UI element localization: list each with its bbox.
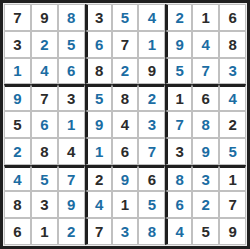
- cell-r4c7[interactable]: 1: [165, 84, 192, 111]
- cell-r4c2[interactable]: 7: [31, 84, 58, 111]
- solved-digit: 8: [201, 117, 209, 132]
- cell-r4c5[interactable]: 8: [112, 84, 139, 111]
- solved-digit: 7: [67, 172, 75, 187]
- solved-digit: 4: [228, 91, 236, 106]
- solved-digit: 5: [228, 144, 236, 159]
- cell-r5c8[interactable]: 8: [192, 111, 219, 138]
- cell-r7c8[interactable]: 3: [192, 165, 219, 192]
- given-digit: 6: [13, 224, 21, 239]
- given-digit: 8: [40, 144, 48, 159]
- solved-digit: 5: [67, 37, 75, 52]
- solved-digit: 8: [176, 172, 184, 187]
- solved-digit: 6: [95, 37, 103, 52]
- given-digit: 6: [228, 10, 236, 25]
- cell-r3c4[interactable]: 8: [85, 58, 112, 85]
- cell-r4c8[interactable]: 6: [192, 84, 219, 111]
- solved-digit: 7: [176, 117, 184, 132]
- given-digit: 5: [201, 224, 209, 239]
- cell-r1c1[interactable]: 7: [4, 4, 31, 31]
- cell-r4c4[interactable]: 5: [85, 84, 112, 111]
- cell-r5c1[interactable]: 5: [4, 111, 31, 138]
- cell-r6c9[interactable]: 5: [219, 138, 246, 165]
- given-digit: 9: [40, 10, 48, 25]
- solved-digit: 9: [67, 197, 75, 212]
- cell-r1c7[interactable]: 2: [165, 4, 192, 31]
- given-digit: 7: [13, 10, 21, 25]
- cell-r6c8[interactable]: 9: [192, 138, 219, 165]
- cell-r7c2[interactable]: 5: [31, 165, 58, 192]
- cell-r2c1[interactable]: 3: [4, 31, 31, 58]
- cell-r8c9[interactable]: 7: [219, 191, 246, 218]
- given-digit: 7: [95, 224, 103, 239]
- given-digit: 3: [176, 144, 184, 159]
- solved-digit: 9: [176, 37, 184, 52]
- solved-digit: 2: [40, 37, 48, 52]
- solved-digit: 9: [121, 172, 129, 187]
- solved-digit: 9: [95, 117, 103, 132]
- solved-digit: 5: [148, 197, 156, 212]
- cell-r4c6[interactable]: 2: [138, 84, 165, 111]
- solved-digit: 2: [67, 224, 75, 239]
- cell-r2c3[interactable]: 5: [58, 31, 85, 58]
- given-digit: 4: [121, 117, 129, 132]
- solved-digit: 6: [176, 197, 184, 212]
- cell-r3c5[interactable]: 2: [112, 58, 139, 85]
- given-digit: 9: [148, 63, 156, 78]
- given-digit: 6: [121, 144, 129, 159]
- cell-r2c4[interactable]: 6: [85, 31, 112, 58]
- given-digit: 8: [228, 37, 236, 52]
- solved-digit: 8: [67, 10, 75, 25]
- given-digit: 8: [95, 63, 103, 78]
- cell-r3c8[interactable]: 7: [192, 58, 219, 85]
- solved-digit: 4: [148, 10, 156, 25]
- given-digit: 2: [95, 172, 103, 187]
- cell-r5c6[interactable]: 3: [138, 111, 165, 138]
- cell-r6c2[interactable]: 8: [31, 138, 58, 165]
- cell-r8c5[interactable]: 1: [112, 191, 139, 218]
- solved-digit: 4: [40, 63, 48, 78]
- cell-r5c4[interactable]: 9: [85, 111, 112, 138]
- solved-digit: 4: [95, 197, 103, 212]
- cell-r3c3[interactable]: 6: [58, 58, 85, 85]
- cell-r5c7[interactable]: 7: [165, 111, 192, 138]
- solved-digit: 3: [148, 117, 156, 132]
- given-digit: 7: [40, 91, 48, 106]
- cell-r2c2[interactable]: 2: [31, 31, 58, 58]
- solved-digit: 7: [201, 63, 209, 78]
- given-digit: 1: [228, 172, 236, 187]
- cell-r8c1[interactable]: 8: [4, 191, 31, 218]
- solved-digit: 5: [40, 172, 48, 187]
- given-digit: 8: [121, 91, 129, 106]
- cell-r8c7[interactable]: 6: [165, 191, 192, 218]
- solved-digit: 1: [148, 37, 156, 52]
- solved-digit: 3: [228, 63, 236, 78]
- cell-r4c3[interactable]: 3: [58, 84, 85, 111]
- cell-r9c1[interactable]: 6: [4, 218, 31, 245]
- given-digit: 8: [13, 197, 21, 212]
- solved-digit: 5: [176, 63, 184, 78]
- cell-r5c3[interactable]: 1: [58, 111, 85, 138]
- cell-r2c5[interactable]: 7: [112, 31, 139, 58]
- given-digit: 4: [67, 144, 75, 159]
- cell-r1c4[interactable]: 3: [85, 4, 112, 31]
- given-digit: 2: [228, 117, 236, 132]
- cell-r7c9[interactable]: 1: [219, 165, 246, 192]
- solved-digit: 3: [201, 172, 209, 187]
- solved-digit: 1: [67, 117, 75, 132]
- cell-r3c2[interactable]: 4: [31, 58, 58, 85]
- cell-r9c5[interactable]: 3: [112, 218, 139, 245]
- solved-digit: 5: [95, 91, 103, 106]
- cell-r6c4[interactable]: 1: [85, 138, 112, 165]
- cell-r2c6[interactable]: 1: [138, 31, 165, 58]
- cell-r3c7[interactable]: 5: [165, 58, 192, 85]
- solved-digit: 1: [95, 144, 103, 159]
- cell-r3c6[interactable]: 9: [138, 58, 165, 85]
- cell-r4c1[interactable]: 9: [4, 84, 31, 111]
- cell-r4c9[interactable]: 4: [219, 84, 246, 111]
- cell-r3c9[interactable]: 3: [219, 58, 246, 85]
- cell-r1c3[interactable]: 8: [58, 4, 85, 31]
- cell-r9c3[interactable]: 2: [58, 218, 85, 245]
- cell-r6c1[interactable]: 2: [4, 138, 31, 165]
- cell-r3c1[interactable]: 1: [4, 58, 31, 85]
- solved-digit: 2: [121, 63, 129, 78]
- solved-digit: 9: [201, 144, 209, 159]
- cell-r7c7[interactable]: 8: [165, 165, 192, 192]
- cell-r1c6[interactable]: 4: [138, 4, 165, 31]
- cell-r9c4[interactable]: 7: [85, 218, 112, 245]
- cell-r1c9[interactable]: 6: [219, 4, 246, 31]
- cell-r9c6[interactable]: 8: [138, 218, 165, 245]
- cell-r6c5[interactable]: 6: [112, 138, 139, 165]
- cell-r8c6[interactable]: 5: [138, 191, 165, 218]
- sudoku-board: 7983542163256719481468295739735821645619…: [0, 0, 250, 249]
- cell-r7c6[interactable]: 6: [138, 165, 165, 192]
- solved-digit: 2: [201, 197, 209, 212]
- given-digit: 1: [40, 224, 48, 239]
- cell-r9c8[interactable]: 5: [192, 218, 219, 245]
- given-digit: 7: [121, 37, 129, 52]
- given-digit: 3: [40, 197, 48, 212]
- given-digit: 1: [201, 10, 209, 25]
- cell-r7c1[interactable]: 4: [4, 165, 31, 192]
- given-digit: 7: [228, 197, 236, 212]
- cell-r1c2[interactable]: 9: [31, 4, 58, 31]
- solved-digit: 6: [67, 63, 75, 78]
- cell-r8c8[interactable]: 2: [192, 191, 219, 218]
- solved-digit: 2: [176, 10, 184, 25]
- solved-digit: 4: [13, 172, 21, 187]
- solved-digit: 2: [148, 91, 156, 106]
- solved-digit: 6: [40, 117, 48, 132]
- solved-digit: 2: [13, 144, 21, 159]
- cell-r2c9[interactable]: 8: [219, 31, 246, 58]
- solved-digit: 3: [121, 224, 129, 239]
- cell-r9c7[interactable]: 4: [165, 218, 192, 245]
- cell-r2c7[interactable]: 9: [165, 31, 192, 58]
- cell-r1c8[interactable]: 1: [192, 4, 219, 31]
- cell-r8c3[interactable]: 9: [58, 191, 85, 218]
- solved-digit: 5: [121, 10, 129, 25]
- solved-digit: 7: [148, 144, 156, 159]
- cell-r9c2[interactable]: 1: [31, 218, 58, 245]
- cell-r5c2[interactable]: 6: [31, 111, 58, 138]
- cell-r2c8[interactable]: 4: [192, 31, 219, 58]
- cell-r7c5[interactable]: 9: [112, 165, 139, 192]
- cell-r7c4[interactable]: 2: [85, 165, 112, 192]
- solved-digit: 1: [13, 63, 21, 78]
- cell-r8c2[interactable]: 3: [31, 191, 58, 218]
- solved-digit: 4: [176, 224, 184, 239]
- given-digit: 6: [201, 91, 209, 106]
- cell-r6c6[interactable]: 7: [138, 138, 165, 165]
- given-digit: 1: [176, 91, 184, 106]
- solved-digit: 9: [13, 91, 21, 106]
- cell-r9c9[interactable]: 9: [219, 218, 246, 245]
- solved-digit: 4: [201, 37, 209, 52]
- cell-r6c3[interactable]: 4: [58, 138, 85, 165]
- given-digit: 9: [228, 224, 236, 239]
- given-digit: 5: [13, 117, 21, 132]
- given-digit: 1: [121, 197, 129, 212]
- cell-r1c5[interactable]: 5: [112, 4, 139, 31]
- cell-r8c4[interactable]: 4: [85, 191, 112, 218]
- given-digit: 3: [95, 10, 103, 25]
- cell-r6c7[interactable]: 3: [165, 138, 192, 165]
- cell-r7c3[interactable]: 7: [58, 165, 85, 192]
- solved-digit: 8: [148, 224, 156, 239]
- given-digit: 3: [67, 91, 75, 106]
- cell-r5c9[interactable]: 2: [219, 111, 246, 138]
- given-digit: 3: [13, 37, 21, 52]
- given-digit: 6: [148, 172, 156, 187]
- cell-r5c5[interactable]: 4: [112, 111, 139, 138]
